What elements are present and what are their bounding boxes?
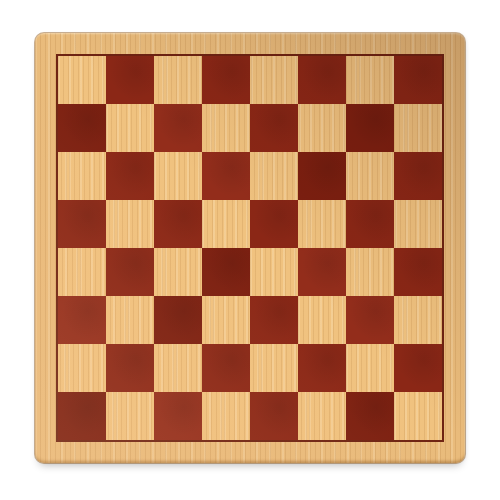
square-h5[interactable] [394,200,442,248]
square-c2[interactable] [154,344,202,392]
square-f4[interactable] [298,248,346,296]
square-b7[interactable] [106,104,154,152]
square-a5[interactable] [58,200,106,248]
square-g6[interactable] [346,152,394,200]
square-a2[interactable] [58,344,106,392]
square-f5[interactable] [298,200,346,248]
square-g8[interactable] [346,56,394,104]
square-d1[interactable] [202,392,250,440]
square-e5[interactable] [250,200,298,248]
square-e1[interactable] [250,392,298,440]
square-d4[interactable] [202,248,250,296]
square-g7[interactable] [346,104,394,152]
square-f6[interactable] [298,152,346,200]
square-b4[interactable] [106,248,154,296]
square-g5[interactable] [346,200,394,248]
square-a7[interactable] [58,104,106,152]
square-e2[interactable] [250,344,298,392]
square-c5[interactable] [154,200,202,248]
square-h6[interactable] [394,152,442,200]
square-f7[interactable] [298,104,346,152]
square-c6[interactable] [154,152,202,200]
square-d8[interactable] [202,56,250,104]
square-g2[interactable] [346,344,394,392]
square-f3[interactable] [298,296,346,344]
square-d3[interactable] [202,296,250,344]
square-c7[interactable] [154,104,202,152]
square-h7[interactable] [394,104,442,152]
square-g4[interactable] [346,248,394,296]
board-grid [56,54,444,442]
square-b1[interactable] [106,392,154,440]
square-b5[interactable] [106,200,154,248]
square-b8[interactable] [106,56,154,104]
square-c8[interactable] [154,56,202,104]
square-g3[interactable] [346,296,394,344]
square-h1[interactable] [394,392,442,440]
square-a8[interactable] [58,56,106,104]
square-d5[interactable] [202,200,250,248]
square-a6[interactable] [58,152,106,200]
square-h8[interactable] [394,56,442,104]
square-a1[interactable] [58,392,106,440]
square-e4[interactable] [250,248,298,296]
game-board [35,33,465,463]
page-background [0,0,500,500]
square-h3[interactable] [394,296,442,344]
square-b6[interactable] [106,152,154,200]
square-b3[interactable] [106,296,154,344]
square-h2[interactable] [394,344,442,392]
square-e7[interactable] [250,104,298,152]
square-f1[interactable] [298,392,346,440]
square-d2[interactable] [202,344,250,392]
square-c4[interactable] [154,248,202,296]
square-a4[interactable] [58,248,106,296]
square-d6[interactable] [202,152,250,200]
square-e6[interactable] [250,152,298,200]
square-e8[interactable] [250,56,298,104]
square-f2[interactable] [298,344,346,392]
square-f8[interactable] [298,56,346,104]
square-e3[interactable] [250,296,298,344]
square-d7[interactable] [202,104,250,152]
square-h4[interactable] [394,248,442,296]
square-a3[interactable] [58,296,106,344]
square-b2[interactable] [106,344,154,392]
square-g1[interactable] [346,392,394,440]
square-c1[interactable] [154,392,202,440]
square-c3[interactable] [154,296,202,344]
